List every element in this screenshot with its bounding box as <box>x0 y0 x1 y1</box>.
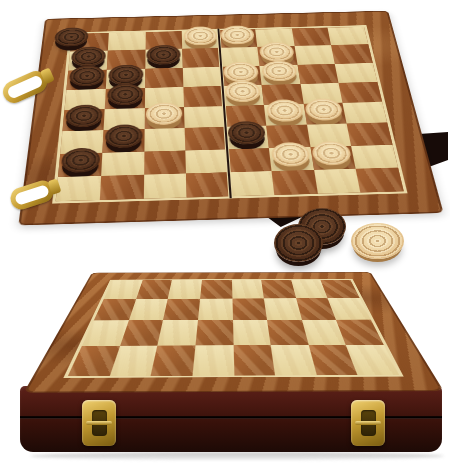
board-square <box>328 27 369 46</box>
board-square <box>144 128 186 151</box>
box-top-square <box>168 280 202 299</box>
closed-box-top-surface <box>24 272 444 393</box>
closed-box-checker-pattern-area <box>63 279 403 378</box>
box-top-square <box>321 280 360 298</box>
board-square <box>60 130 103 153</box>
dark-checker <box>54 27 89 46</box>
box-top-square <box>192 345 233 375</box>
dark-checker <box>70 47 106 67</box>
board-square <box>144 87 184 108</box>
board-square <box>347 123 393 146</box>
board-square <box>220 47 259 66</box>
board-square <box>182 48 221 67</box>
board-square <box>102 129 144 152</box>
box-top-square <box>261 280 296 299</box>
board-square <box>66 69 106 89</box>
board-square <box>144 107 185 129</box>
box-top-square <box>151 345 195 375</box>
box-top-square <box>158 320 198 345</box>
box-top-square <box>328 298 371 320</box>
board-square <box>264 104 307 126</box>
board-square <box>339 82 382 103</box>
board-square <box>343 102 387 124</box>
dark-checker <box>107 83 143 105</box>
box-top-square <box>198 299 233 321</box>
board-square <box>226 126 269 149</box>
box-top-square <box>163 299 200 321</box>
dark-checker <box>104 124 142 148</box>
light-checker <box>220 25 255 44</box>
board-square <box>219 29 258 48</box>
board-square <box>106 68 145 88</box>
board-square <box>64 89 105 110</box>
board-square <box>185 127 227 150</box>
board-square <box>261 84 303 105</box>
board-square <box>259 65 300 85</box>
box-top-square <box>136 280 172 299</box>
board-square <box>104 88 144 109</box>
box-top-square <box>232 280 264 299</box>
closed-box-pattern-grid <box>68 280 399 376</box>
board-square <box>335 63 377 83</box>
light-checker <box>260 60 297 81</box>
board-square <box>266 125 310 148</box>
box-top-square <box>195 320 233 345</box>
dark-checker <box>227 121 266 145</box>
dark-checker <box>147 45 181 65</box>
box-top-square <box>233 320 271 345</box>
box-top-square <box>233 345 275 375</box>
board-square <box>183 67 222 87</box>
board-square <box>182 30 220 49</box>
board-square <box>300 83 343 104</box>
light-checker <box>184 26 218 45</box>
board-square <box>297 64 339 84</box>
board-square <box>294 45 335 64</box>
light-checker <box>146 102 183 125</box>
light-checker <box>224 80 261 102</box>
light-checker <box>258 42 294 62</box>
board-square <box>145 49 183 69</box>
board-square <box>303 103 347 125</box>
board-square <box>62 109 104 131</box>
product-photo-scene <box>0 0 450 465</box>
board-square <box>224 105 266 127</box>
closed-box-top-surface-wrap <box>65 167 400 465</box>
closed-checkers-box <box>0 240 450 465</box>
board-square <box>291 28 331 47</box>
board-square <box>108 32 146 51</box>
box-top-square <box>129 299 168 321</box>
board-square <box>184 86 224 107</box>
dark-checker <box>65 104 103 127</box>
box-top-square <box>120 320 163 345</box>
board-square <box>221 66 261 86</box>
box-top-square <box>232 298 267 320</box>
board-square <box>145 67 184 87</box>
board-square <box>331 44 372 63</box>
board-square <box>223 85 264 106</box>
dark-checker <box>108 64 144 85</box>
board-square <box>351 145 398 169</box>
box-top-square <box>200 280 232 299</box>
board-square <box>184 106 225 128</box>
